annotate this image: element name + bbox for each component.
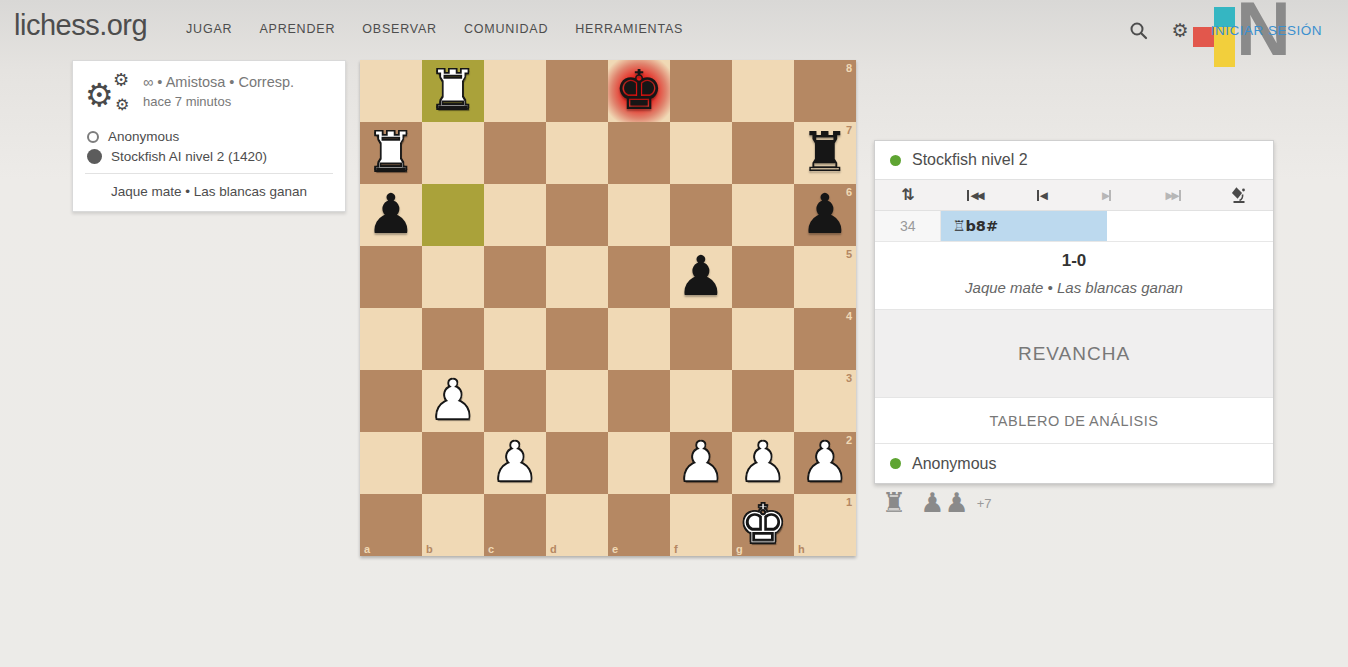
square-d8[interactable] xyxy=(546,60,608,122)
previous-move-icon[interactable]: ◀ xyxy=(1008,180,1074,210)
square-h8[interactable]: 8 xyxy=(794,60,856,122)
game-status-text: Jaque mate • Las blancas ganan xyxy=(85,184,333,199)
flip-board-icon[interactable]: ⇅ xyxy=(875,180,941,210)
nav-item-jugar[interactable]: JUGAR xyxy=(186,22,232,36)
microscope-analysis-icon[interactable] xyxy=(1207,180,1273,210)
chess-board[interactable]: ♜♚8♜7♜♟6♟♟54♟3♟♟♟2♟abcdefg♚1h xyxy=(360,60,856,556)
square-a5[interactable] xyxy=(360,246,422,308)
material-advantage: +7 xyxy=(977,496,992,511)
square-g7[interactable] xyxy=(732,122,794,184)
square-f6[interactable] xyxy=(670,184,732,246)
nav-item-comunidad[interactable]: COMUNIDAD xyxy=(464,22,548,36)
search-icon[interactable] xyxy=(1128,20,1148,40)
last-move-icon[interactable]: ▶▶ xyxy=(1140,180,1206,210)
rank-label-5: 5 xyxy=(846,248,852,260)
square-e4[interactable] xyxy=(608,308,670,370)
gears-icon: ⚙⚙⚙ xyxy=(85,71,133,119)
captured-pawn-icon: ♟ xyxy=(920,488,944,518)
white-pawn[interactable]: ♟ xyxy=(484,432,546,494)
white-rook[interactable]: ♜ xyxy=(360,122,422,184)
square-a4[interactable] xyxy=(360,308,422,370)
file-label-f: f xyxy=(674,543,678,555)
square-f5[interactable]: ♟ xyxy=(670,246,732,308)
top-navigation-bar: lichess.org JUGAR APRENDER OBSERVAR COMU… xyxy=(0,0,1348,57)
square-e8[interactable]: ♚ xyxy=(608,60,670,122)
next-move-icon[interactable]: ▶ xyxy=(1074,180,1140,210)
square-g8[interactable] xyxy=(732,60,794,122)
square-d1[interactable]: d xyxy=(546,494,608,556)
black-pawn[interactable]: ♟ xyxy=(360,184,422,246)
rank-label-1: 1 xyxy=(846,496,852,508)
square-g2[interactable]: ♟ xyxy=(732,432,794,494)
square-f4[interactable] xyxy=(670,308,732,370)
player-online-dot xyxy=(890,458,901,469)
white-player-name[interactable]: Anonymous xyxy=(108,129,179,144)
square-d7[interactable] xyxy=(546,122,608,184)
square-d2[interactable] xyxy=(546,432,608,494)
square-f1[interactable]: f xyxy=(670,494,732,556)
nav-item-aprender[interactable]: APRENDER xyxy=(259,22,335,36)
captured-pawn-icon: ♟ xyxy=(944,488,968,518)
square-a3[interactable] xyxy=(360,370,422,432)
square-b3[interactable]: ♟ xyxy=(422,370,484,432)
file-label-b: b xyxy=(426,543,433,555)
rank-label-3: 3 xyxy=(846,372,852,384)
square-a2[interactable] xyxy=(360,432,422,494)
result-block: 1-0 Jaque mate • Las blancas ganan xyxy=(875,242,1273,309)
square-d6[interactable] xyxy=(546,184,608,246)
move-number: 34 xyxy=(875,211,941,241)
lichess-logo[interactable]: lichess.org xyxy=(14,9,147,42)
square-a6[interactable]: ♟ xyxy=(360,184,422,246)
game-info-box: ⚙⚙⚙ ∞ • Amistosa • Corresp. hace 7 minut… xyxy=(72,60,346,212)
square-b5[interactable] xyxy=(422,246,484,308)
white-pawn[interactable]: ♟ xyxy=(732,432,794,494)
player-name[interactable]: Anonymous xyxy=(912,455,997,473)
result-text: Jaque mate • Las blancas ganan xyxy=(875,279,1273,296)
game-side-panel: Stockfish nivel 2 ⇅ ◀◀ ◀ ▶ ▶▶ 34 ♖b8# 1-… xyxy=(874,140,1274,484)
square-c1[interactable]: c xyxy=(484,494,546,556)
square-h4[interactable]: 4 xyxy=(794,308,856,370)
black-player-line: Stockfish AI nivel 2 (1420) xyxy=(87,149,333,164)
black-color-icon xyxy=(87,149,102,164)
signin-button[interactable]: INICIAR SESIÓN xyxy=(1211,23,1322,38)
replay-toolbar: ⇅ ◀◀ ◀ ▶ ▶▶ xyxy=(875,179,1273,211)
white-player-line: Anonymous xyxy=(87,129,333,144)
square-b2[interactable] xyxy=(422,432,484,494)
square-g3[interactable] xyxy=(732,370,794,432)
square-c7[interactable] xyxy=(484,122,546,184)
opponent-row: Stockfish nivel 2 xyxy=(875,141,1273,179)
square-c3[interactable] xyxy=(484,370,546,432)
captured-rook-icon: ♜ xyxy=(882,488,906,518)
game-mode-label: ∞ • Amistosa • Corresp. xyxy=(143,74,294,90)
square-g4[interactable] xyxy=(732,308,794,370)
square-c5[interactable] xyxy=(484,246,546,308)
file-label-c: c xyxy=(488,543,494,555)
white-rook[interactable]: ♜ xyxy=(422,60,484,122)
info-divider xyxy=(85,173,333,174)
watermark-square-yellow2 xyxy=(1214,47,1235,67)
square-a7[interactable]: ♜ xyxy=(360,122,422,184)
white-pawn[interactable]: ♟ xyxy=(670,432,732,494)
square-f8[interactable] xyxy=(670,60,732,122)
square-d5[interactable] xyxy=(546,246,608,308)
move-white-san[interactable]: ♖b8# xyxy=(941,211,1107,241)
rank-label-2: 2 xyxy=(846,434,852,446)
square-b4[interactable] xyxy=(422,308,484,370)
black-pawn[interactable]: ♟ xyxy=(670,246,732,308)
gear-icon[interactable]: ⚙ xyxy=(1170,20,1190,40)
rank-label-8: 8 xyxy=(846,62,852,74)
file-label-g: g xyxy=(736,543,743,555)
move-list-row: 34 ♖b8# xyxy=(875,211,1273,242)
square-a1[interactable]: a xyxy=(360,494,422,556)
square-h5[interactable]: 5 xyxy=(794,246,856,308)
square-a8[interactable] xyxy=(360,60,422,122)
square-d4[interactable] xyxy=(546,308,608,370)
square-h1[interactable]: 1h xyxy=(794,494,856,556)
file-label-e: e xyxy=(612,543,618,555)
rank-label-7: 7 xyxy=(846,124,852,136)
square-h7[interactable]: 7♜ xyxy=(794,122,856,184)
white-pawn[interactable]: ♟ xyxy=(422,370,484,432)
rank-label-6: 6 xyxy=(846,186,852,198)
analysis-board-button[interactable]: TABLERO DE ANÁLISIS xyxy=(875,397,1273,443)
white-color-icon xyxy=(87,131,99,143)
square-e5[interactable] xyxy=(608,246,670,308)
rematch-button[interactable]: REVANCHA xyxy=(875,309,1273,397)
square-c8[interactable] xyxy=(484,60,546,122)
nav-item-observar[interactable]: OBSERVAR xyxy=(362,22,437,36)
square-e3[interactable] xyxy=(608,370,670,432)
square-g6[interactable] xyxy=(732,184,794,246)
move-black-san xyxy=(1107,211,1273,241)
result-score: 1-0 xyxy=(875,251,1273,271)
square-b1[interactable]: b xyxy=(422,494,484,556)
square-e6[interactable] xyxy=(608,184,670,246)
opponent-online-dot xyxy=(890,155,901,166)
game-time-ago: hace 7 minutos xyxy=(143,94,294,109)
square-h2[interactable]: 2♟ xyxy=(794,432,856,494)
square-f3[interactable] xyxy=(670,370,732,432)
opponent-name[interactable]: Stockfish nivel 2 xyxy=(912,151,1028,169)
square-f2[interactable]: ♟ xyxy=(670,432,732,494)
rank-label-4: 4 xyxy=(846,310,852,322)
square-e2[interactable] xyxy=(608,432,670,494)
square-b7[interactable] xyxy=(422,122,484,184)
nav-item-herramientas[interactable]: HERRAMIENTAS xyxy=(575,22,683,36)
square-e1[interactable]: e xyxy=(608,494,670,556)
square-b8[interactable]: ♜ xyxy=(422,60,484,122)
square-e7[interactable] xyxy=(608,122,670,184)
square-h3[interactable]: 3 xyxy=(794,370,856,432)
file-label-a: a xyxy=(364,543,370,555)
square-f7[interactable] xyxy=(670,122,732,184)
player-row: Anonymous xyxy=(875,443,1273,483)
file-label-d: d xyxy=(550,543,557,555)
square-g5[interactable] xyxy=(732,246,794,308)
black-king[interactable]: ♚ xyxy=(608,60,670,122)
file-label-h: h xyxy=(798,543,805,555)
black-player-name[interactable]: Stockfish AI nivel 2 (1420) xyxy=(111,149,267,164)
main-nav: JUGAR APRENDER OBSERVAR COMUNIDAD HERRAM… xyxy=(186,22,683,36)
square-g1[interactable]: g♚ xyxy=(732,494,794,556)
square-c4[interactable] xyxy=(484,308,546,370)
first-move-icon[interactable]: ◀◀ xyxy=(941,180,1007,210)
square-b6[interactable] xyxy=(422,184,484,246)
square-c2[interactable]: ♟ xyxy=(484,432,546,494)
square-h6[interactable]: 6♟ xyxy=(794,184,856,246)
square-d3[interactable] xyxy=(546,370,608,432)
captured-pieces-tray: ♜ ♟ ♟ +7 xyxy=(882,488,991,518)
square-c6[interactable] xyxy=(484,184,546,246)
